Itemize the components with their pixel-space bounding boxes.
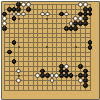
black-stone[interactable] (88, 7, 93, 12)
grid-line-horizontal (4, 85, 91, 86)
white-stone[interactable] (45, 12, 50, 17)
star-point (46, 18, 48, 20)
black-stone[interactable] (73, 26, 78, 31)
black-stone[interactable] (83, 7, 88, 12)
star-point (75, 46, 77, 48)
black-stone[interactable] (83, 21, 88, 26)
star-point (18, 18, 20, 20)
black-stone[interactable] (12, 59, 17, 64)
white-stone[interactable] (64, 12, 69, 17)
black-stone[interactable] (7, 50, 12, 55)
white-stone[interactable] (21, 12, 26, 17)
grid-line-horizontal (4, 61, 91, 62)
grid-line-horizontal (4, 90, 91, 91)
black-stone[interactable] (12, 40, 17, 45)
star-point (75, 75, 77, 77)
black-stone[interactable] (7, 7, 12, 12)
grid-line-horizontal (4, 52, 91, 53)
star-point (18, 46, 20, 48)
grid-line-horizontal (4, 56, 91, 57)
black-stone[interactable] (45, 73, 50, 78)
black-stone[interactable] (64, 26, 69, 31)
white-stone[interactable] (64, 64, 69, 69)
black-stone[interactable] (88, 45, 93, 50)
white-stone[interactable] (16, 78, 21, 83)
black-stone[interactable] (16, 7, 21, 12)
white-stone[interactable] (50, 78, 55, 83)
black-stone[interactable] (64, 73, 69, 78)
go-board-screenshot (0, 0, 100, 100)
star-point (18, 75, 20, 77)
black-stone[interactable] (2, 26, 7, 31)
black-stone[interactable] (78, 64, 83, 69)
black-stone[interactable] (26, 7, 31, 12)
black-stone[interactable] (83, 83, 88, 88)
